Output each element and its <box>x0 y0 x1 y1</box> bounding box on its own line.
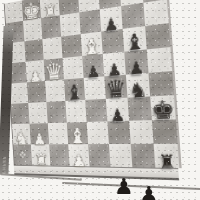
square-h4[interactable] <box>148 71 173 96</box>
square-b6[interactable] <box>24 39 43 62</box>
piece-black-queen-f4[interactable]: ♛ <box>105 77 128 102</box>
square-a4[interactable] <box>10 82 29 104</box>
square-e1[interactable] <box>88 144 110 167</box>
captured-black-piece: ♟ <box>139 184 159 200</box>
square-c1[interactable] <box>49 144 69 166</box>
piece-black-pawn-f7[interactable]: ♟ <box>104 16 120 34</box>
square-c2[interactable] <box>48 123 68 145</box>
piece-black-rook-h1[interactable]: ♜ <box>157 152 176 171</box>
square-c6[interactable] <box>42 37 62 60</box>
piece-black-pawn-f3[interactable]: ♟ <box>110 107 126 124</box>
square-h5[interactable] <box>147 47 172 73</box>
square-a8[interactable] <box>5 0 23 23</box>
board-perspective-wrap: ❖ ♚♜♟♝♝♟♛♟♟♟♝♛♞♟♚♞♟♝♜♟♜ <box>4 0 179 178</box>
square-g2[interactable] <box>129 120 153 144</box>
square-d7[interactable] <box>60 12 81 36</box>
piece-white-queen-c5[interactable]: ♛ <box>44 60 64 84</box>
square-e3[interactable] <box>85 99 107 122</box>
captured-black-piece: ♟ <box>114 176 134 198</box>
piece-white-pawn-d1[interactable]: ♟ <box>72 153 87 169</box>
square-d5[interactable] <box>63 56 84 79</box>
piece-black-king-h3[interactable]: ♚ <box>151 97 176 123</box>
square-c3[interactable] <box>46 101 66 123</box>
piece-black-bishop-g6[interactable]: ♝ <box>124 30 146 54</box>
piece-white-rook-b1[interactable]: ♜ <box>34 152 48 168</box>
square-d6[interactable] <box>61 34 82 58</box>
square-g7[interactable] <box>121 3 145 29</box>
square-f1[interactable] <box>109 144 132 167</box>
piece-white-pawn-b2[interactable]: ♟ <box>33 132 46 147</box>
piece-white-pawn-b5[interactable]: ♟ <box>29 69 42 85</box>
piece-white-king-b8[interactable]: ♚ <box>22 0 41 24</box>
piece-black-pawn-g5[interactable]: ♟ <box>128 59 145 77</box>
piece-black-knight-g4[interactable]: ♞ <box>128 79 148 100</box>
board-logo: ❖ <box>18 149 27 161</box>
piece-black-pawn-e5[interactable]: ♟ <box>86 63 101 80</box>
edge-text: CHESS <box>1 82 9 174</box>
piece-white-rook-c8[interactable]: ♜ <box>43 2 58 20</box>
square-b3[interactable] <box>28 102 48 124</box>
piece-white-knight-a2[interactable]: ♞ <box>14 129 29 147</box>
chessboard: ❖ ♚♜♟♝♝♟♛♟♟♟♝♛♞♟♚♞♟♝♜♟♜ <box>4 0 182 168</box>
square-g1[interactable] <box>131 144 156 168</box>
piece-white-bishop-d2[interactable]: ♝ <box>68 126 87 147</box>
square-h6[interactable] <box>145 23 170 49</box>
piece-black-bishop-d4[interactable]: ♝ <box>65 82 84 104</box>
square-h7[interactable] <box>143 0 168 26</box>
square-e2[interactable] <box>87 121 109 144</box>
square-e7[interactable] <box>79 9 101 34</box>
piece-white-bishop-e6[interactable]: ♝ <box>82 36 102 59</box>
board-photo: CHESS ❖ ♚♜♟♝♝♟♛♟♟♟♝♛♞♟♚♞♟♝♜♟♜ ♟ ♟ <box>0 0 200 200</box>
square-a3[interactable] <box>11 103 30 124</box>
